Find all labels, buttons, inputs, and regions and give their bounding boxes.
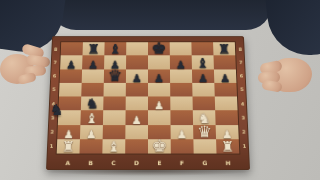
rank-label-4: 4 [241,101,245,107]
rank-label-8: 8 [54,46,58,51]
square-f5 [170,83,192,97]
white-queen-g2: ♛ [197,124,212,140]
square-c6: ♛ [104,69,126,83]
rank-label-1: 1 [50,143,54,149]
square-b2: ♟ [80,125,103,139]
square-a7: ♟ [60,56,82,69]
black-king-e8: ♚ [151,41,166,57]
square-c2 [103,125,126,139]
square-d5 [126,83,148,97]
captured-black-knight: ♞ [50,103,63,118]
board-squares: ♜♝♚♜♟♟♟♟♝♛♟♟♟♟♞♟♝♟♞♟♟♟♛♟♜♝♚♜ [57,42,240,153]
square-c8: ♝ [104,42,126,55]
black-rook-h8: ♜ [218,43,231,56]
square-g8 [191,42,213,55]
rank-label-2: 2 [50,129,54,135]
file-label-F: F [180,159,184,166]
square-a2: ♟ [57,125,80,139]
square-d7 [126,56,148,69]
white-rook-h1: ♜ [221,140,235,154]
chess-board: ♜♝♚♜♟♟♟♟♝♛♟♟♟♟♞♟♝♟♞♟♟♟♛♟♜♝♚♜ 87654321 87… [46,36,250,170]
square-f2: ♟ [171,125,194,139]
square-b6 [82,69,104,83]
rank-label-5: 5 [240,87,244,92]
square-h2: ♟ [216,125,239,139]
rank-label-1: 1 [243,143,247,149]
square-c4 [103,96,126,110]
rank-label-6: 6 [53,73,57,78]
square-b5 [81,83,104,97]
square-c3 [103,110,126,124]
black-rook-b8: ♜ [87,43,100,56]
square-c1: ♝ [102,139,125,154]
square-h1: ♜ [216,139,239,154]
square-b4: ♞ [81,96,104,110]
square-h4 [215,96,238,110]
rank-label-7: 7 [53,60,57,65]
file-label-E: E [157,159,161,166]
video-frame: ♜♝♚♜♟♟♟♟♝♛♟♟♟♟♞♟♝♟♞♟♟♟♛♟♜♝♚♜ 87654321 87… [0,0,320,180]
square-a6 [60,69,83,83]
square-c7: ♟ [104,56,126,69]
square-a1: ♜ [57,139,80,154]
black-queen-c6: ♛ [107,68,122,83]
rank-label-8: 8 [238,46,242,51]
rank-label-7: 7 [239,60,243,65]
square-f7: ♟ [170,56,192,69]
rank-label-3: 3 [241,115,245,121]
square-b8: ♜ [83,42,105,55]
white-bishop-c1: ♝ [107,140,121,154]
square-f3 [170,110,193,124]
square-h3 [215,110,238,124]
square-f6 [170,69,192,83]
square-b1 [80,139,103,154]
square-f8 [170,42,192,55]
square-f1 [171,139,194,154]
square-g7: ♝ [192,56,214,69]
square-a5 [59,83,82,97]
square-e8: ♚ [148,42,170,55]
square-d2 [125,125,148,139]
square-e2 [148,125,171,139]
rank-label-5: 5 [52,87,56,92]
black-knight-b4: ♞ [85,98,98,112]
white-bishop-b3: ♝ [85,112,99,126]
square-g4 [192,96,215,110]
square-h8: ♜ [213,42,235,55]
white-king-e1: ♚ [151,137,167,154]
square-g2: ♛ [193,125,216,139]
file-label-D: D [134,159,139,166]
square-e7 [148,56,170,69]
square-d3: ♟ [125,110,148,124]
square-b7: ♟ [82,56,104,69]
square-f4 [170,96,193,110]
square-e4: ♟ [148,96,170,110]
square-a8 [61,42,83,55]
right-sleeve [265,0,320,59]
file-label-C: C [111,159,115,166]
black-bishop-c8: ♝ [109,43,122,56]
square-d1 [125,139,148,154]
rank-label-6: 6 [240,73,244,78]
file-labels: ABCDEFGH [56,156,240,168]
square-h6: ♟ [214,69,237,83]
square-e6: ♟ [148,69,170,83]
square-c5 [104,83,126,97]
white-knight-g3: ♞ [197,112,211,126]
square-d8 [126,42,148,55]
player-torso [50,0,272,30]
square-g1 [193,139,216,154]
square-d6: ♟ [126,69,148,83]
square-h5 [214,83,237,97]
white-rook-a1: ♜ [61,140,75,154]
square-e1: ♚ [148,139,171,154]
square-g3: ♞ [193,110,216,124]
rank-label-2: 2 [242,129,246,135]
square-b3: ♝ [80,110,103,124]
file-label-G: G [202,159,207,166]
square-e3 [148,110,171,124]
square-h7 [213,56,235,69]
square-d4 [126,96,148,110]
file-label-A: A [65,159,70,166]
square-e5 [148,83,170,97]
file-label-B: B [88,159,93,166]
right-hand [258,52,320,104]
square-g6: ♟ [192,69,214,83]
black-bishop-g7: ♝ [196,57,209,70]
square-g5 [192,83,215,97]
file-label-H: H [225,159,230,166]
